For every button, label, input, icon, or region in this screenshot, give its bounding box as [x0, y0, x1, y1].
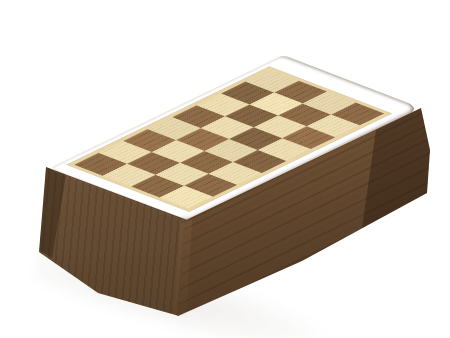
product-photo — [0, 0, 450, 338]
